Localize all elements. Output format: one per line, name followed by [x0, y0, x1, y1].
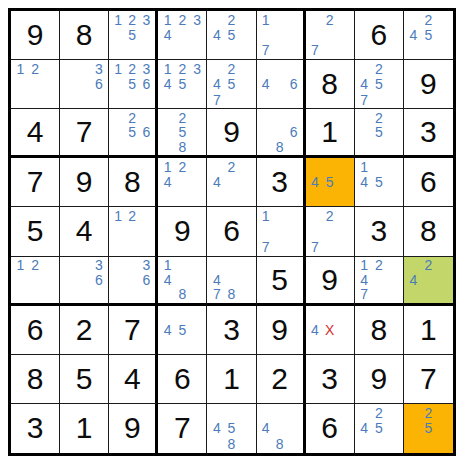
solved-digit: 9 [174, 216, 191, 246]
candidate-4: 4 [209, 175, 224, 190]
solved-digit: 3 [27, 413, 44, 443]
cell-r8c3[interactable]: 4 [109, 355, 158, 404]
candidate-5: 5 [125, 27, 139, 42]
candidate-4: 4 [160, 175, 175, 190]
cell-r2c3[interactable]: 12356 [109, 60, 158, 109]
candidate-slot-3 [239, 61, 254, 76]
candidate-6: 6 [139, 76, 153, 91]
candidate-slot-8 [125, 287, 139, 302]
cell-r8c9[interactable]: 7 [404, 355, 453, 404]
candidate-slot-5 [224, 175, 239, 190]
solved-digit: 9 [271, 315, 288, 345]
candidate-slot-8 [273, 239, 287, 254]
solved-digit: 4 [76, 216, 93, 246]
solved-digit: 9 [370, 364, 387, 394]
cell-r3c6[interactable]: 68 [257, 109, 306, 158]
candidate-slot-3 [139, 110, 153, 125]
candidate-grid: 12356 [109, 60, 155, 108]
candidate-slot-7 [13, 287, 28, 302]
cell-r4c2[interactable]: 9 [60, 158, 109, 207]
candidate-grid: 24 [404, 257, 453, 303]
candidate-3: 3 [190, 12, 205, 27]
candidate-slot-9 [139, 43, 153, 58]
candidate-slot-8 [28, 92, 43, 107]
candidate-grid: 24 [207, 158, 255, 206]
candidate-grid: 1234 [158, 11, 206, 59]
candidate-slot-5 [77, 76, 92, 91]
cell-r5c8[interactable]: 3 [355, 207, 404, 256]
cell-r2c6[interactable]: 46 [257, 60, 306, 109]
cell-r8c6[interactable]: 2 [257, 355, 306, 404]
candidate-slot-6 [337, 224, 352, 239]
cell-r3c8[interactable]: 25 [355, 109, 404, 158]
candidate-slot-5 [371, 272, 386, 287]
candidate-slot-3 [287, 61, 301, 76]
candidate-grid: 2457 [207, 60, 255, 108]
candidate-slot-4 [62, 76, 77, 91]
solved-digit: 7 [124, 315, 141, 345]
candidate-slot-7 [357, 140, 372, 155]
candidate-grid: 12 [11, 257, 59, 303]
candidate-slot-1 [209, 12, 224, 27]
cell-r4c1[interactable]: 7 [11, 158, 60, 207]
cell-r6c8[interactable]: 1247 [355, 257, 404, 306]
solved-digit: 7 [174, 413, 191, 443]
candidate-slot-3 [287, 208, 301, 223]
candidate-slot-3 [337, 12, 352, 27]
candidate-grid: 148 [158, 257, 206, 303]
solved-digit: 5 [271, 265, 288, 295]
cell-r3c5[interactable]: 9 [207, 109, 256, 158]
cell-r2c1[interactable]: 12 [11, 60, 60, 109]
candidate-slot-3 [386, 405, 401, 421]
candidate-4: 4 [160, 76, 175, 91]
candidate-slot-8 [322, 239, 337, 254]
candidate-slot-2 [175, 307, 190, 322]
candidate-slot-3 [436, 258, 451, 273]
candidate-slot-7 [259, 92, 273, 107]
candidate-slot-8 [421, 436, 436, 452]
candidate-slot-4 [308, 224, 323, 239]
candidate-slot-6 [139, 27, 153, 42]
cell-r7c5[interactable]: 3 [207, 306, 256, 355]
candidate-slot-4 [111, 125, 125, 140]
candidate-4: 4 [357, 421, 372, 437]
candidate-slot-7 [111, 92, 125, 107]
cell-r2c2[interactable]: 36 [60, 60, 109, 109]
candidate-slot-5 [175, 27, 190, 42]
solved-digit: 8 [27, 364, 44, 394]
candidate-slot-5 [175, 175, 190, 190]
candidate-slot-2 [77, 61, 92, 76]
cell-r2c9[interactable]: 9 [404, 60, 453, 109]
solved-digit: 8 [420, 216, 437, 246]
cell-r6c5[interactable]: 478 [207, 257, 256, 306]
cell-r5c5[interactable]: 6 [207, 207, 256, 256]
candidate-slot-2 [371, 159, 386, 174]
cell-r7c7[interactable]: 4X [306, 306, 355, 355]
candidate-7: 7 [209, 92, 224, 107]
candidate-slot-9 [337, 43, 352, 58]
candidate-slot-9 [239, 43, 254, 58]
candidate-slot-9 [139, 92, 153, 107]
cell-r5c4[interactable]: 9 [158, 207, 207, 256]
candidate-1: 1 [111, 61, 125, 76]
solved-digit: 7 [420, 364, 437, 394]
candidate-slot-5 [273, 224, 287, 239]
candidate-slot-9 [337, 337, 352, 352]
cell-r2c4[interactable]: 12345 [158, 60, 207, 109]
candidate-slot-9 [139, 287, 153, 302]
cell-r6c1[interactable]: 12 [11, 257, 60, 306]
cell-r2c8[interactable]: 2457 [355, 60, 404, 109]
candidate-slot-3 [190, 110, 205, 125]
candidate-slot-3 [386, 258, 401, 273]
candidate-slot-6 [386, 272, 401, 287]
candidate-slot-2 [322, 159, 337, 174]
solved-digit: 3 [223, 315, 240, 345]
cell-r4c3[interactable]: 8 [109, 158, 158, 207]
cell-r5c3[interactable]: 12 [109, 207, 158, 256]
candidate-8: 8 [224, 287, 239, 302]
cell-r6c6[interactable]: 5 [257, 257, 306, 306]
cell-r4c6[interactable]: 3 [257, 158, 306, 207]
solved-digit: 8 [124, 167, 141, 197]
candidate-grid: 124 [158, 158, 206, 206]
candidate-2: 2 [371, 110, 386, 125]
candidate-slot-3 [436, 405, 451, 421]
candidate-slot-8 [224, 92, 239, 107]
candidate-2: 2 [175, 110, 190, 125]
candidate-2: 2 [175, 12, 190, 27]
cell-r3c4[interactable]: 258 [158, 109, 207, 158]
candidate-2: 2 [224, 12, 239, 27]
candidate-grid: 17 [257, 11, 303, 59]
solved-digit: 7 [76, 117, 93, 147]
cell-r7c8[interactable]: 8 [355, 306, 404, 355]
candidate-slot-5 [175, 272, 190, 287]
cell-r9c4[interactable]: 7 [158, 404, 207, 453]
cell-r8c2[interactable]: 5 [60, 355, 109, 404]
candidate-grid: 12 [109, 207, 155, 255]
candidate-slot-5 [125, 272, 139, 287]
candidate-grid: 245 [355, 404, 403, 453]
candidate-slot-1 [308, 208, 323, 223]
candidate-6: 6 [92, 76, 107, 91]
candidate-1: 1 [111, 208, 125, 223]
candidate-2: 2 [125, 110, 139, 125]
candidate-slot-6 [436, 272, 451, 287]
candidate-slot-7 [160, 190, 175, 205]
candidate-grid: 27 [306, 207, 354, 255]
cell-r2c7[interactable]: 8 [306, 60, 355, 109]
candidate-slot-9 [287, 436, 301, 452]
solved-digit: 9 [124, 413, 141, 443]
candidate-slot-9 [190, 140, 205, 155]
solved-digit: 8 [370, 315, 387, 345]
candidate-slot-9 [139, 239, 153, 254]
candidate-slot-1 [111, 258, 125, 273]
candidate-2: 2 [421, 12, 436, 27]
candidate-7: 7 [357, 287, 372, 302]
candidate-slot-8 [28, 287, 43, 302]
candidate-slot-4 [259, 224, 273, 239]
candidate-slot-3 [287, 12, 301, 27]
candidate-slot-9 [337, 239, 352, 254]
cell-r4c9[interactable]: 6 [404, 158, 453, 207]
candidate-6: 6 [287, 125, 301, 140]
cell-r6c9[interactable]: 24 [404, 257, 453, 306]
candidate-slot-3 [190, 159, 205, 174]
candidate-slot-8 [322, 337, 337, 352]
cell-r3c9[interactable]: 3 [404, 109, 453, 158]
candidate-slot-8 [175, 43, 190, 58]
solved-digit: 3 [370, 216, 387, 246]
candidate-slot-1 [308, 307, 323, 322]
candidate-slot-7 [406, 287, 421, 302]
candidate-slot-6 [386, 175, 401, 190]
candidate-slot-5 [322, 27, 337, 42]
cell-r1c5[interactable]: 245 [207, 11, 256, 60]
candidate-slot-1 [357, 110, 372, 125]
candidate-slot-4 [259, 125, 273, 140]
cell-r9c7[interactable]: 6 [306, 404, 355, 453]
candidate-1: 1 [259, 208, 273, 223]
candidate-slot-8 [125, 43, 139, 58]
cell-r8c8[interactable]: 9 [355, 355, 404, 404]
solved-digit: 9 [76, 167, 93, 197]
candidate-slot-7 [160, 43, 175, 58]
candidate-4: 4 [406, 272, 421, 287]
candidate-slot-8 [77, 287, 92, 302]
cell-r1c9[interactable]: 245 [404, 11, 453, 60]
candidate-7: 7 [209, 287, 224, 302]
cell-r8c7[interactable]: 3 [306, 355, 355, 404]
cell-r4c7[interactable]: 45 [306, 158, 355, 207]
candidate-2: 2 [421, 258, 436, 273]
candidate-slot-9 [139, 140, 153, 155]
cell-r7c9[interactable]: 1 [404, 306, 453, 355]
candidate-4: 4 [160, 27, 175, 42]
cell-r1c8[interactable]: 6 [355, 11, 404, 60]
cell-r8c4[interactable]: 6 [158, 355, 207, 404]
cell-r5c7[interactable]: 27 [306, 207, 355, 256]
candidate-5: 5 [421, 27, 436, 42]
cell-r7c2[interactable]: 2 [60, 306, 109, 355]
candidate-slot-7 [160, 140, 175, 155]
cell-r1c1[interactable]: 9 [11, 11, 60, 60]
cell-r4c5[interactable]: 24 [207, 158, 256, 207]
solved-digit: 9 [27, 20, 44, 50]
cell-r7c1[interactable]: 6 [11, 306, 60, 355]
candidate-slot-5 [28, 76, 43, 91]
cell-r1c6[interactable]: 17 [257, 11, 306, 60]
cell-r9c2[interactable]: 1 [60, 404, 109, 453]
candidate-3: 3 [139, 61, 153, 76]
candidate-slot-7 [13, 92, 28, 107]
candidate-slot-3 [239, 405, 254, 421]
cell-r8c1[interactable]: 8 [11, 355, 60, 404]
candidate-grid: 68 [257, 109, 303, 155]
candidate-slot-9 [287, 140, 301, 155]
candidate-slot-2 [77, 258, 92, 273]
candidate-slot-9 [190, 92, 205, 107]
cell-r7c3[interactable]: 7 [109, 306, 158, 355]
candidate-5: 5 [371, 175, 386, 190]
candidate-grid: 1247 [355, 257, 403, 303]
cell-r7c6[interactable]: 9 [257, 306, 306, 355]
candidate-slot-5 [273, 125, 287, 140]
candidate-2: 2 [28, 258, 43, 273]
cell-r3c1[interactable]: 4 [11, 109, 60, 158]
candidate-5: 5 [421, 421, 436, 437]
cell-r9c1[interactable]: 3 [11, 404, 60, 453]
cell-r7c4[interactable]: 45 [158, 306, 207, 355]
candidate-slot-3 [239, 258, 254, 273]
candidate-slot-9 [92, 287, 107, 302]
candidate-2: 2 [224, 159, 239, 174]
candidate-1: 1 [160, 61, 175, 76]
candidate-slot-8 [273, 43, 287, 58]
candidate-2: 2 [175, 159, 190, 174]
cell-r4c8[interactable]: 145 [355, 158, 404, 207]
solved-digit: 1 [321, 117, 338, 147]
candidate-slot-7 [111, 287, 125, 302]
candidate-grid: 256 [109, 109, 155, 155]
candidate-slot-4 [13, 76, 28, 91]
candidate-slot-6 [42, 272, 57, 287]
candidate-slot-7 [209, 190, 224, 205]
cell-r6c7[interactable]: 9 [306, 257, 355, 306]
candidate-slot-7 [259, 140, 273, 155]
candidate-slot-1 [209, 405, 224, 421]
candidate-slot-1 [357, 61, 372, 76]
cell-r5c2[interactable]: 4 [60, 207, 109, 256]
candidate-grid: 458 [207, 404, 255, 453]
candidate-5: 5 [125, 125, 139, 140]
candidate-2: 2 [322, 12, 337, 27]
cell-r3c2[interactable]: 7 [60, 109, 109, 158]
cell-r9c9[interactable]: 25 [404, 404, 453, 453]
cell-r1c2[interactable]: 8 [60, 11, 109, 60]
solved-digit: 6 [223, 216, 240, 246]
candidate-slot-9 [287, 239, 301, 254]
candidate-3: 3 [139, 258, 153, 273]
candidate-4: 4 [209, 76, 224, 91]
candidate-4: 4 [357, 175, 372, 190]
candidate-slot-8 [125, 239, 139, 254]
candidate-slot-3 [337, 159, 352, 174]
candidate-slot-4 [13, 272, 28, 287]
candidate-slot-9 [386, 140, 401, 155]
cell-r1c7[interactable]: 27 [306, 11, 355, 60]
candidate-slot-9 [287, 43, 301, 58]
candidate-2: 2 [371, 258, 386, 273]
cell-r5c6[interactable]: 17 [257, 207, 306, 256]
cell-r6c2[interactable]: 36 [60, 257, 109, 306]
cell-r1c3[interactable]: 1235 [109, 11, 158, 60]
candidate-7: 7 [259, 43, 273, 58]
candidate-5: 5 [224, 76, 239, 91]
cell-r4c4[interactable]: 124 [158, 158, 207, 207]
candidate-5: 5 [175, 76, 190, 91]
cell-r8c5[interactable]: 1 [207, 355, 256, 404]
candidate-slot-9 [239, 436, 254, 452]
cell-r9c3[interactable]: 9 [109, 404, 158, 453]
solved-digit: 7 [27, 167, 44, 197]
candidate-4: 4 [209, 421, 224, 437]
candidate-slot-6 [386, 76, 401, 91]
cell-r5c1[interactable]: 5 [11, 207, 60, 256]
candidate-2: 2 [28, 61, 43, 76]
candidate-4: 4 [259, 76, 273, 91]
candidate-slot-6 [436, 421, 451, 437]
cell-r1c4[interactable]: 1234 [158, 11, 207, 60]
candidate-slot-4 [308, 27, 323, 42]
solved-digit: 3 [420, 117, 437, 147]
candidate-slot-7 [111, 140, 125, 155]
candidate-slot-6 [139, 224, 153, 239]
candidate-slot-7 [62, 92, 77, 107]
candidate-slot-7 [62, 287, 77, 302]
candidate-slot-7 [160, 287, 175, 302]
candidate-8: 8 [175, 287, 190, 302]
candidate-slot-3 [239, 12, 254, 27]
candidate-slot-7 [209, 43, 224, 58]
candidate-slot-3 [42, 258, 57, 273]
solved-digit: 4 [27, 117, 44, 147]
candidate-slot-9 [436, 43, 451, 58]
candidate-slot-9 [239, 92, 254, 107]
candidate-slot-6 [190, 175, 205, 190]
cell-r6c3[interactable]: 36 [109, 257, 158, 306]
candidate-grid: 36 [109, 257, 155, 303]
solved-digit: 5 [76, 364, 93, 394]
candidate-5: 5 [322, 175, 337, 190]
candidate-slot-1 [209, 258, 224, 273]
cell-r9c5[interactable]: 458 [207, 404, 256, 453]
candidate-8: 8 [273, 436, 287, 452]
cell-r2c5[interactable]: 2457 [207, 60, 256, 109]
candidate-2: 2 [322, 208, 337, 223]
candidate-2: 2 [125, 208, 139, 223]
candidate-slot-9 [190, 43, 205, 58]
cell-r3c7[interactable]: 1 [306, 109, 355, 158]
candidate-slot-5 [28, 272, 43, 287]
candidate-slot-8 [175, 92, 190, 107]
cell-r5c9[interactable]: 8 [404, 207, 453, 256]
candidate-5: 5 [371, 421, 386, 437]
solved-digit: 4 [124, 364, 141, 394]
candidate-7: 7 [259, 239, 273, 254]
cell-r9c6[interactable]: 48 [257, 404, 306, 453]
candidate-slot-4 [111, 272, 125, 287]
candidate-slot-1 [62, 258, 77, 273]
candidate-grid: 36 [60, 60, 108, 108]
candidate-slot-4 [406, 421, 421, 437]
cell-r6c4[interactable]: 148 [158, 257, 207, 306]
cell-r9c8[interactable]: 245 [355, 404, 404, 453]
candidate-slot-8 [175, 190, 190, 205]
cell-r3c3[interactable]: 256 [109, 109, 158, 158]
candidate-2: 2 [125, 61, 139, 76]
candidate-5: 5 [224, 27, 239, 42]
candidate-slot-6 [239, 27, 254, 42]
candidate-slot-2 [224, 258, 239, 273]
candidate-slot-8 [421, 43, 436, 58]
candidate-7: 7 [308, 43, 323, 58]
candidate-slot-7 [259, 436, 273, 452]
